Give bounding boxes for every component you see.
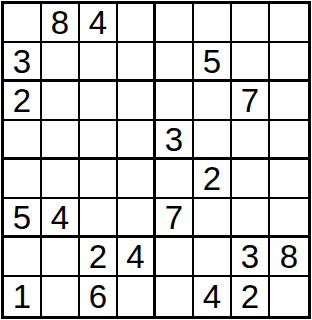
cell-r8c5[interactable]	[156, 277, 194, 316]
cell-r6c8[interactable]	[270, 199, 308, 238]
cell-r7c5[interactable]	[156, 238, 194, 277]
cell-r4c3[interactable]	[80, 121, 118, 160]
cell-r8c4[interactable]	[118, 277, 156, 316]
cell-r2c3[interactable]	[80, 43, 118, 82]
cell-r1c2[interactable]: 8	[42, 4, 80, 43]
cell-r5c4[interactable]	[118, 160, 156, 199]
cell-r4c1[interactable]	[4, 121, 42, 160]
cell-r4c7[interactable]	[232, 121, 270, 160]
cell-r8c3[interactable]: 6	[80, 277, 118, 316]
cell-r8c7[interactable]: 2	[232, 277, 270, 316]
cell-r1c8[interactable]	[270, 4, 308, 43]
cell-r5c2[interactable]	[42, 160, 80, 199]
cell-r2c1[interactable]: 3	[4, 43, 42, 82]
cell-r1c7[interactable]	[232, 4, 270, 43]
cell-r8c2[interactable]	[42, 277, 80, 316]
cell-r8c6[interactable]: 4	[194, 277, 232, 316]
cell-r8c1[interactable]: 1	[4, 277, 42, 316]
cell-r2c2[interactable]	[42, 43, 80, 82]
cell-r2c4[interactable]	[118, 43, 156, 82]
cell-r5c3[interactable]	[80, 160, 118, 199]
cell-r6c7[interactable]	[232, 199, 270, 238]
cell-r3c4[interactable]	[118, 82, 156, 121]
cell-r2c6[interactable]: 5	[194, 43, 232, 82]
cell-r2c5[interactable]	[156, 43, 194, 82]
cell-r3c2[interactable]	[42, 82, 80, 121]
cell-r6c4[interactable]	[118, 199, 156, 238]
cell-r1c1[interactable]	[4, 4, 42, 43]
cell-r1c5[interactable]	[156, 4, 194, 43]
cell-r5c7[interactable]	[232, 160, 270, 199]
cell-r6c1[interactable]: 5	[4, 199, 42, 238]
cell-r4c2[interactable]	[42, 121, 80, 160]
cell-r4c8[interactable]	[270, 121, 308, 160]
cell-r5c1[interactable]	[4, 160, 42, 199]
cell-r7c4[interactable]: 4	[118, 238, 156, 277]
cell-r5c5[interactable]	[156, 160, 194, 199]
cell-r5c6[interactable]: 2	[194, 160, 232, 199]
cell-r3c7[interactable]: 7	[232, 82, 270, 121]
cell-r3c6[interactable]	[194, 82, 232, 121]
cell-r6c6[interactable]	[194, 199, 232, 238]
cell-r6c5[interactable]: 7	[156, 199, 194, 238]
cell-r3c5[interactable]	[156, 82, 194, 121]
sudoku-board: 8435273254724381642	[1, 1, 311, 319]
cell-r1c6[interactable]	[194, 4, 232, 43]
cell-r7c1[interactable]	[4, 238, 42, 277]
cell-r3c3[interactable]	[80, 82, 118, 121]
cell-r6c3[interactable]	[80, 199, 118, 238]
cell-r3c8[interactable]	[270, 82, 308, 121]
cell-r6c2[interactable]: 4	[42, 199, 80, 238]
cell-r8c8[interactable]	[270, 277, 308, 316]
cell-r4c4[interactable]	[118, 121, 156, 160]
cell-r1c3[interactable]: 4	[80, 4, 118, 43]
cell-r4c5[interactable]: 3	[156, 121, 194, 160]
cell-r2c8[interactable]	[270, 43, 308, 82]
cell-r1c4[interactable]	[118, 4, 156, 43]
cell-r7c3[interactable]: 2	[80, 238, 118, 277]
cell-r3c1[interactable]: 2	[4, 82, 42, 121]
cell-r7c6[interactable]	[194, 238, 232, 277]
cell-r7c7[interactable]: 3	[232, 238, 270, 277]
cell-r7c2[interactable]	[42, 238, 80, 277]
cell-r2c7[interactable]	[232, 43, 270, 82]
cell-r4c6[interactable]	[194, 121, 232, 160]
cell-r7c8[interactable]: 8	[270, 238, 308, 277]
cell-r5c8[interactable]	[270, 160, 308, 199]
